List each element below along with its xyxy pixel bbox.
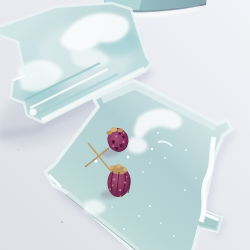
background-vignette bbox=[0, 0, 250, 250]
photo-canvas bbox=[0, 0, 250, 250]
photo bbox=[0, 0, 250, 250]
